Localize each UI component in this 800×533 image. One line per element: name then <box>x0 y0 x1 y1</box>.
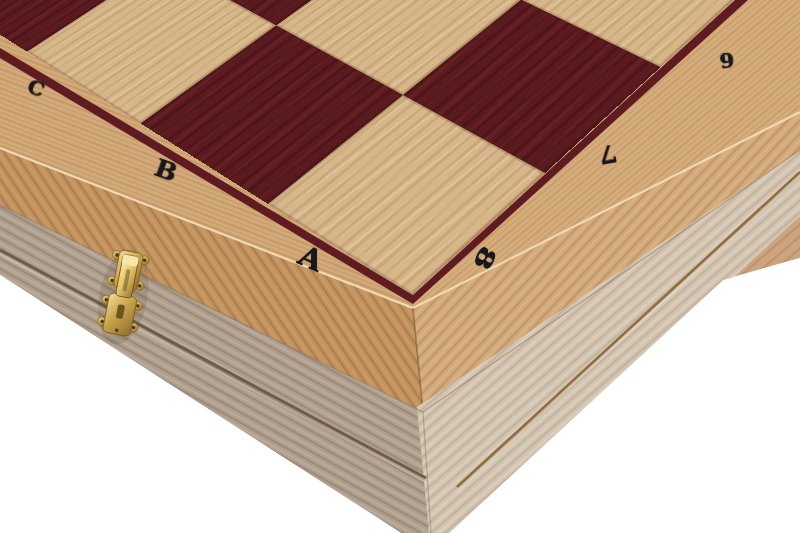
rank-label-6: 6 <box>718 47 736 73</box>
chess-box-photo: C B A 8 7 6 <box>0 0 800 533</box>
